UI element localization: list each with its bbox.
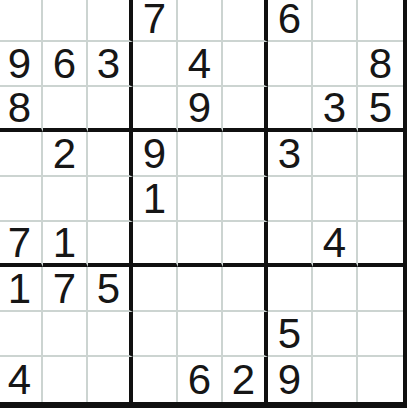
cell-r3c7[interactable] bbox=[268, 87, 313, 132]
cell-r4c5[interactable] bbox=[178, 132, 223, 177]
cell-r2c8[interactable] bbox=[313, 42, 358, 87]
cell-r6c4[interactable] bbox=[133, 222, 178, 267]
cell-r3c6[interactable] bbox=[223, 87, 268, 132]
cell-r4c7[interactable]: 3 bbox=[268, 132, 313, 177]
cell-r5c5[interactable] bbox=[178, 177, 223, 222]
cell-r3c3[interactable] bbox=[88, 87, 133, 132]
cell-r5c7[interactable] bbox=[268, 177, 313, 222]
cell-r8c4[interactable] bbox=[133, 312, 178, 357]
cell-r1c8[interactable] bbox=[313, 0, 358, 42]
cell-r4c8[interactable] bbox=[313, 132, 358, 177]
cell-r7c5[interactable] bbox=[178, 267, 223, 312]
cell-r4c6[interactable] bbox=[223, 132, 268, 177]
cell-r1c3[interactable] bbox=[88, 0, 133, 42]
cell-r7c4[interactable] bbox=[133, 267, 178, 312]
cell-r9c8[interactable] bbox=[313, 357, 358, 402]
cell-r5c8[interactable] bbox=[313, 177, 358, 222]
cell-r3c2[interactable] bbox=[43, 87, 88, 132]
cell-r7c6[interactable] bbox=[223, 267, 268, 312]
cell-r4c3[interactable] bbox=[88, 132, 133, 177]
cell-r6c5[interactable] bbox=[178, 222, 223, 267]
cell-r4c2[interactable]: 2 bbox=[43, 132, 88, 177]
cell-r8c1[interactable] bbox=[0, 312, 43, 357]
cell-r4c9[interactable] bbox=[358, 132, 403, 177]
cell-r9c5[interactable]: 6 bbox=[178, 357, 223, 402]
cell-r3c8[interactable]: 3 bbox=[313, 87, 358, 132]
cell-r6c6[interactable] bbox=[223, 222, 268, 267]
cell-r6c1[interactable]: 7 bbox=[0, 222, 43, 267]
cell-r8c7[interactable]: 5 bbox=[268, 312, 313, 357]
cell-r9c9[interactable] bbox=[358, 357, 403, 402]
cell-r9c3[interactable] bbox=[88, 357, 133, 402]
cell-r1c9[interactable] bbox=[358, 0, 403, 42]
cell-r7c2[interactable]: 7 bbox=[43, 267, 88, 312]
cell-r1c1[interactable] bbox=[0, 0, 43, 42]
cell-r2c2[interactable]: 6 bbox=[43, 42, 88, 87]
cell-r8c5[interactable] bbox=[178, 312, 223, 357]
cell-r1c5[interactable] bbox=[178, 0, 223, 42]
cell-r6c8[interactable]: 4 bbox=[313, 222, 358, 267]
cell-r7c8[interactable] bbox=[313, 267, 358, 312]
cell-r2c6[interactable] bbox=[223, 42, 268, 87]
cell-r3c1[interactable]: 8 bbox=[0, 87, 43, 132]
cell-r6c9[interactable] bbox=[358, 222, 403, 267]
cell-r6c3[interactable] bbox=[88, 222, 133, 267]
cell-r2c1[interactable]: 9 bbox=[0, 42, 43, 87]
cell-r2c4[interactable] bbox=[133, 42, 178, 87]
cell-r9c7[interactable]: 9 bbox=[268, 357, 313, 402]
cell-r1c4[interactable]: 7 bbox=[133, 0, 178, 42]
cell-r2c7[interactable] bbox=[268, 42, 313, 87]
cell-r9c1[interactable]: 4 bbox=[0, 357, 43, 402]
cell-r6c2[interactable]: 1 bbox=[43, 222, 88, 267]
cell-r3c5[interactable]: 9 bbox=[178, 87, 223, 132]
cell-r9c6[interactable]: 2 bbox=[223, 357, 268, 402]
cell-r5c9[interactable] bbox=[358, 177, 403, 222]
cell-r2c3[interactable]: 3 bbox=[88, 42, 133, 87]
cell-r9c4[interactable] bbox=[133, 357, 178, 402]
cell-r8c9[interactable] bbox=[358, 312, 403, 357]
cell-r7c9[interactable] bbox=[358, 267, 403, 312]
cell-r4c4[interactable]: 9 bbox=[133, 132, 178, 177]
cell-r7c7[interactable] bbox=[268, 267, 313, 312]
sudoku-page: 76963488935293171417554629 bbox=[0, 0, 407, 408]
cell-r7c1[interactable]: 1 bbox=[0, 267, 43, 312]
cell-r8c8[interactable] bbox=[313, 312, 358, 357]
cell-r2c5[interactable]: 4 bbox=[178, 42, 223, 87]
cell-r1c6[interactable] bbox=[223, 0, 268, 42]
cell-r3c9[interactable]: 5 bbox=[358, 87, 403, 132]
cell-r1c7[interactable]: 6 bbox=[268, 0, 313, 42]
cell-r8c2[interactable] bbox=[43, 312, 88, 357]
cell-r9c2[interactable] bbox=[43, 357, 88, 402]
cell-r7c3[interactable]: 5 bbox=[88, 267, 133, 312]
cell-r4c1[interactable] bbox=[0, 132, 43, 177]
cell-r1c2[interactable] bbox=[43, 0, 88, 42]
cell-r5c2[interactable] bbox=[43, 177, 88, 222]
cell-r8c6[interactable] bbox=[223, 312, 268, 357]
cell-r8c3[interactable] bbox=[88, 312, 133, 357]
cell-r5c3[interactable] bbox=[88, 177, 133, 222]
cell-r3c4[interactable] bbox=[133, 87, 178, 132]
cell-r5c1[interactable] bbox=[0, 177, 43, 222]
cell-r5c6[interactable] bbox=[223, 177, 268, 222]
cell-r6c7[interactable] bbox=[268, 222, 313, 267]
cell-r5c4[interactable]: 1 bbox=[133, 177, 178, 222]
cell-r2c9[interactable]: 8 bbox=[358, 42, 403, 87]
sudoku-board: 76963488935293171417554629 bbox=[0, 0, 407, 408]
